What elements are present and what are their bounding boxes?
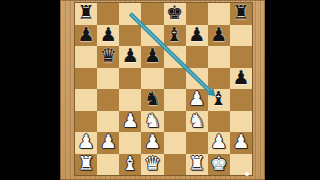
piece-black-pawn[interactable]: ♟ [188, 25, 205, 44]
square-g1[interactable]: ♚ [208, 154, 230, 176]
square-h4[interactable] [230, 89, 252, 111]
piece-white-pawn[interactable]: ♟ [78, 132, 95, 151]
piece-black-knight[interactable]: ♞ [144, 89, 161, 108]
square-d1[interactable]: ♛ [141, 154, 163, 176]
square-f7[interactable]: ♟ [186, 25, 208, 47]
piece-white-pawn[interactable]: ♟ [232, 132, 249, 151]
square-e3[interactable] [164, 111, 186, 133]
square-h7[interactable] [230, 25, 252, 47]
square-e8[interactable]: ♚ [164, 3, 186, 25]
square-g5[interactable] [208, 68, 230, 90]
square-h3[interactable] [230, 111, 252, 133]
square-a7[interactable]: ♟ [75, 25, 97, 47]
square-c8[interactable] [119, 3, 141, 25]
piece-white-king[interactable]: ♚ [210, 154, 227, 173]
piece-black-pawn[interactable]: ♟ [78, 25, 95, 44]
square-d6[interactable]: ♟ [141, 46, 163, 68]
piece-black-bishop[interactable]: ♝ [166, 25, 183, 44]
square-a6[interactable] [75, 46, 97, 68]
square-g4[interactable]: ♝ [208, 89, 230, 111]
square-e4[interactable] [164, 89, 186, 111]
square-g8[interactable] [208, 3, 230, 25]
piece-white-queen[interactable]: ♛ [144, 154, 161, 173]
square-c6[interactable]: ♟ [119, 46, 141, 68]
piece-black-bishop[interactable]: ♝ [210, 89, 227, 108]
piece-white-pawn[interactable]: ♟ [122, 111, 139, 130]
square-f8[interactable] [186, 3, 208, 25]
square-c5[interactable] [119, 68, 141, 90]
square-b2[interactable]: ♟ [97, 132, 119, 154]
square-a2[interactable]: ♟ [75, 132, 97, 154]
piece-black-rook[interactable]: ♜ [232, 3, 249, 22]
square-a5[interactable] [75, 68, 97, 90]
screenshot-canvas: ♜♚♜♟♟♝♟♟♛♟♟♟♞♟♝♟♞♞♟♟♟♟♟♜♝♛♜♚ [0, 0, 320, 180]
piece-black-rook[interactable]: ♜ [78, 3, 95, 22]
square-d8[interactable] [141, 3, 163, 25]
square-e2[interactable] [164, 132, 186, 154]
square-b6[interactable]: ♛ [97, 46, 119, 68]
square-e5[interactable] [164, 68, 186, 90]
piece-white-rook[interactable]: ♜ [78, 154, 95, 173]
square-e1[interactable] [164, 154, 186, 176]
square-a4[interactable] [75, 89, 97, 111]
square-g6[interactable] [208, 46, 230, 68]
square-d3[interactable]: ♞ [141, 111, 163, 133]
piece-black-pawn[interactable]: ♟ [210, 25, 227, 44]
piece-black-king[interactable]: ♚ [166, 3, 183, 22]
square-b5[interactable] [97, 68, 119, 90]
square-d7[interactable] [141, 25, 163, 47]
square-g3[interactable] [208, 111, 230, 133]
piece-white-bishop[interactable]: ♝ [122, 154, 139, 173]
square-f6[interactable] [186, 46, 208, 68]
square-f4[interactable]: ♟ [186, 89, 208, 111]
square-a3[interactable] [75, 111, 97, 133]
square-c1[interactable]: ♝ [119, 154, 141, 176]
piece-white-rook[interactable]: ♜ [188, 154, 205, 173]
square-c4[interactable] [119, 89, 141, 111]
square-b8[interactable] [97, 3, 119, 25]
square-c3[interactable]: ♟ [119, 111, 141, 133]
piece-black-pawn[interactable]: ♟ [122, 46, 139, 65]
square-h2[interactable]: ♟ [230, 132, 252, 154]
square-e6[interactable] [164, 46, 186, 68]
square-f2[interactable] [186, 132, 208, 154]
piece-black-pawn[interactable]: ♟ [144, 46, 161, 65]
square-d4[interactable]: ♞ [141, 89, 163, 111]
piece-white-pawn[interactable]: ♟ [144, 132, 161, 151]
piece-white-knight[interactable]: ♞ [144, 111, 161, 130]
square-b7[interactable]: ♟ [97, 25, 119, 47]
square-h5[interactable]: ♟ [230, 68, 252, 90]
piece-black-pawn[interactable]: ♟ [232, 68, 249, 87]
square-e7[interactable]: ♝ [164, 25, 186, 47]
square-d5[interactable] [141, 68, 163, 90]
chess-board[interactable]: ♜♚♜♟♟♝♟♟♛♟♟♟♞♟♝♟♞♞♟♟♟♟♟♜♝♛♜♚ [75, 3, 252, 175]
square-g2[interactable]: ♟ [208, 132, 230, 154]
piece-black-queen[interactable]: ♛ [100, 46, 117, 65]
square-f5[interactable] [186, 68, 208, 90]
piece-white-pawn[interactable]: ♟ [210, 132, 227, 151]
square-f1[interactable]: ♜ [186, 154, 208, 176]
board-marker-dot [245, 172, 249, 176]
square-h8[interactable]: ♜ [230, 3, 252, 25]
square-f3[interactable]: ♞ [186, 111, 208, 133]
square-g7[interactable]: ♟ [208, 25, 230, 47]
piece-black-pawn[interactable]: ♟ [100, 25, 117, 44]
piece-white-knight[interactable]: ♞ [188, 111, 205, 130]
square-b3[interactable] [97, 111, 119, 133]
square-c7[interactable] [119, 25, 141, 47]
board-frame: ♜♚♜♟♟♝♟♟♛♟♟♟♞♟♝♟♞♞♟♟♟♟♟♜♝♛♜♚ [60, 0, 265, 180]
piece-white-pawn[interactable]: ♟ [100, 132, 117, 151]
square-b4[interactable] [97, 89, 119, 111]
square-d2[interactable]: ♟ [141, 132, 163, 154]
square-h6[interactable] [230, 46, 252, 68]
piece-white-pawn[interactable]: ♟ [188, 89, 205, 108]
square-c2[interactable] [119, 132, 141, 154]
square-h1[interactable] [230, 154, 252, 176]
square-b1[interactable] [97, 154, 119, 176]
square-a1[interactable]: ♜ [75, 154, 97, 176]
square-a8[interactable]: ♜ [75, 3, 97, 25]
